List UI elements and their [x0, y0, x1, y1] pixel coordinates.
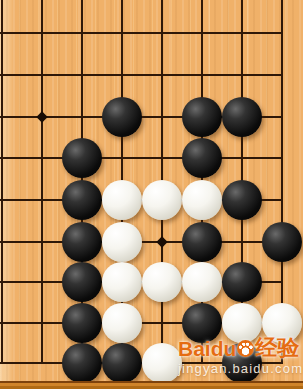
board-side-edge: [0, 381, 303, 389]
watermark-url: jingyan.baidu.com: [178, 362, 303, 375]
black-stone: [102, 97, 142, 137]
black-stone: [262, 222, 302, 262]
white-stone: [142, 180, 182, 220]
black-stone: [62, 138, 102, 178]
black-stone: [222, 97, 262, 137]
watermark: Baidu经验 jingyan.baidu.com: [178, 337, 303, 375]
white-stone: [182, 262, 222, 302]
white-stone: [102, 262, 142, 302]
black-stone: [182, 222, 222, 262]
white-stone: [142, 343, 182, 383]
black-stone: [62, 343, 102, 383]
white-stone: [182, 180, 222, 220]
black-stone: [62, 180, 102, 220]
watermark-brand-cn: 经验: [255, 337, 299, 359]
black-stone: [62, 262, 102, 302]
black-stone: [62, 222, 102, 262]
grid-line-vertical: [41, 0, 43, 364]
black-stone: [222, 262, 262, 302]
baidu-paw-icon: [237, 340, 254, 357]
watermark-brand-latin: Baidu: [178, 338, 236, 359]
black-stone: [102, 343, 142, 383]
black-stone: [62, 303, 102, 343]
go-board-screenshot: Baidu经验 jingyan.baidu.com: [0, 0, 303, 389]
black-stone: [182, 97, 222, 137]
star-point: [36, 111, 47, 122]
white-stone: [102, 222, 142, 262]
watermark-brand: Baidu经验: [178, 337, 303, 359]
star-point: [156, 236, 167, 247]
black-stone: [182, 138, 222, 178]
white-stone: [142, 262, 182, 302]
white-stone: [102, 303, 142, 343]
black-stone: [222, 180, 262, 220]
grid-line-vertical: [1, 0, 3, 364]
white-stone: [102, 180, 142, 220]
